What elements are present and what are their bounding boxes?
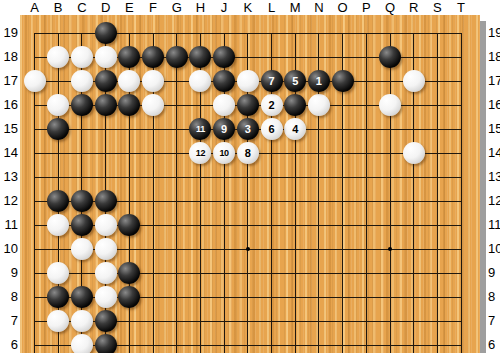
- row-label-right-7: 7: [488, 313, 500, 328]
- column-label-O: O: [334, 0, 352, 15]
- row-label-left-10: 10: [1, 241, 18, 256]
- stone-white-K14: 8: [237, 142, 259, 164]
- stone-white-D9: [95, 262, 117, 284]
- row-label-left-18: 18: [1, 49, 18, 64]
- row-label-left-16: 16: [1, 97, 18, 112]
- board-edge-shadow: [480, 21, 486, 353]
- grid-line: [35, 177, 463, 178]
- move-number: 1: [316, 76, 322, 87]
- move-number: 5: [292, 76, 298, 87]
- stone-black-K15: 3: [237, 118, 259, 140]
- column-label-J: J: [215, 0, 233, 15]
- row-label-left-17: 17: [1, 73, 18, 88]
- stone-white-R14: [403, 142, 425, 164]
- stone-black-D6: [95, 334, 117, 353]
- move-number: 3: [245, 124, 251, 135]
- column-label-Q: Q: [381, 0, 399, 15]
- row-label-right-13: 13: [488, 169, 500, 184]
- column-label-K: K: [239, 0, 257, 15]
- column-label-C: C: [73, 0, 91, 15]
- column-label-E: E: [120, 0, 138, 15]
- stone-white-L15: 6: [261, 118, 283, 140]
- column-label-F: F: [144, 0, 162, 15]
- row-label-right-11: 11: [488, 217, 500, 232]
- stone-black-L17: 7: [261, 70, 283, 92]
- column-label-B: B: [49, 0, 67, 15]
- stone-white-C6: [71, 334, 93, 353]
- stone-white-D8: [95, 286, 117, 308]
- move-number: 4: [292, 124, 298, 135]
- move-number: 11: [196, 125, 205, 134]
- move-number: 10: [219, 149, 228, 158]
- row-label-left-14: 14: [1, 145, 18, 160]
- stone-white-L16: 2: [261, 94, 283, 116]
- row-label-right-19: 19: [488, 25, 500, 40]
- row-label-right-17: 17: [488, 73, 500, 88]
- column-label-L: L: [263, 0, 281, 15]
- stone-black-D17: [95, 70, 117, 92]
- column-label-A: A: [26, 0, 44, 15]
- stone-black-D19: [95, 22, 117, 44]
- stone-black-G18: [166, 46, 188, 68]
- move-number: 2: [268, 100, 274, 111]
- stone-white-K17: [237, 70, 259, 92]
- move-number: 9: [221, 124, 227, 135]
- stone-white-A17: [24, 70, 46, 92]
- row-label-left-15: 15: [1, 121, 18, 136]
- move-number: 8: [245, 148, 251, 159]
- move-number: 6: [268, 124, 274, 135]
- move-number: 7: [268, 76, 274, 87]
- column-label-H: H: [191, 0, 209, 15]
- row-label-right-8: 8: [488, 289, 500, 304]
- column-label-G: G: [168, 0, 186, 15]
- row-label-right-16: 16: [488, 97, 500, 112]
- stone-white-D18: [95, 46, 117, 68]
- move-number: 12: [196, 149, 205, 158]
- row-label-right-18: 18: [488, 49, 500, 64]
- row-label-left-7: 7: [1, 313, 18, 328]
- stone-white-D11: [95, 214, 117, 236]
- column-label-D: D: [97, 0, 115, 15]
- go-diagram: 123456789101112ABCDEFGHJKLMNOPQRST191918…: [0, 0, 500, 353]
- row-label-right-9: 9: [488, 265, 500, 280]
- row-label-left-13: 13: [1, 169, 18, 184]
- stone-white-R17: [403, 70, 425, 92]
- stone-white-D10: [95, 238, 117, 260]
- column-label-T: T: [452, 0, 470, 15]
- column-label-M: M: [286, 0, 304, 15]
- column-label-S: S: [428, 0, 446, 15]
- row-label-left-6: 6: [1, 337, 18, 352]
- column-label-P: P: [357, 0, 375, 15]
- row-label-left-19: 19: [1, 25, 18, 40]
- stone-black-D16: [95, 94, 117, 116]
- column-label-R: R: [405, 0, 423, 15]
- row-label-right-10: 10: [488, 241, 500, 256]
- row-label-right-6: 6: [488, 337, 500, 352]
- row-label-right-12: 12: [488, 193, 500, 208]
- row-label-right-14: 14: [488, 145, 500, 160]
- stone-black-K16: [237, 94, 259, 116]
- row-label-left-9: 9: [1, 265, 18, 280]
- stone-black-D12: [95, 190, 117, 212]
- stone-black-D7: [95, 310, 117, 332]
- stone-black-O17: [332, 70, 354, 92]
- row-label-left-12: 12: [1, 193, 18, 208]
- column-label-N: N: [310, 0, 328, 15]
- row-label-right-15: 15: [488, 121, 500, 136]
- row-label-left-8: 8: [1, 289, 18, 304]
- row-label-left-11: 11: [1, 217, 18, 232]
